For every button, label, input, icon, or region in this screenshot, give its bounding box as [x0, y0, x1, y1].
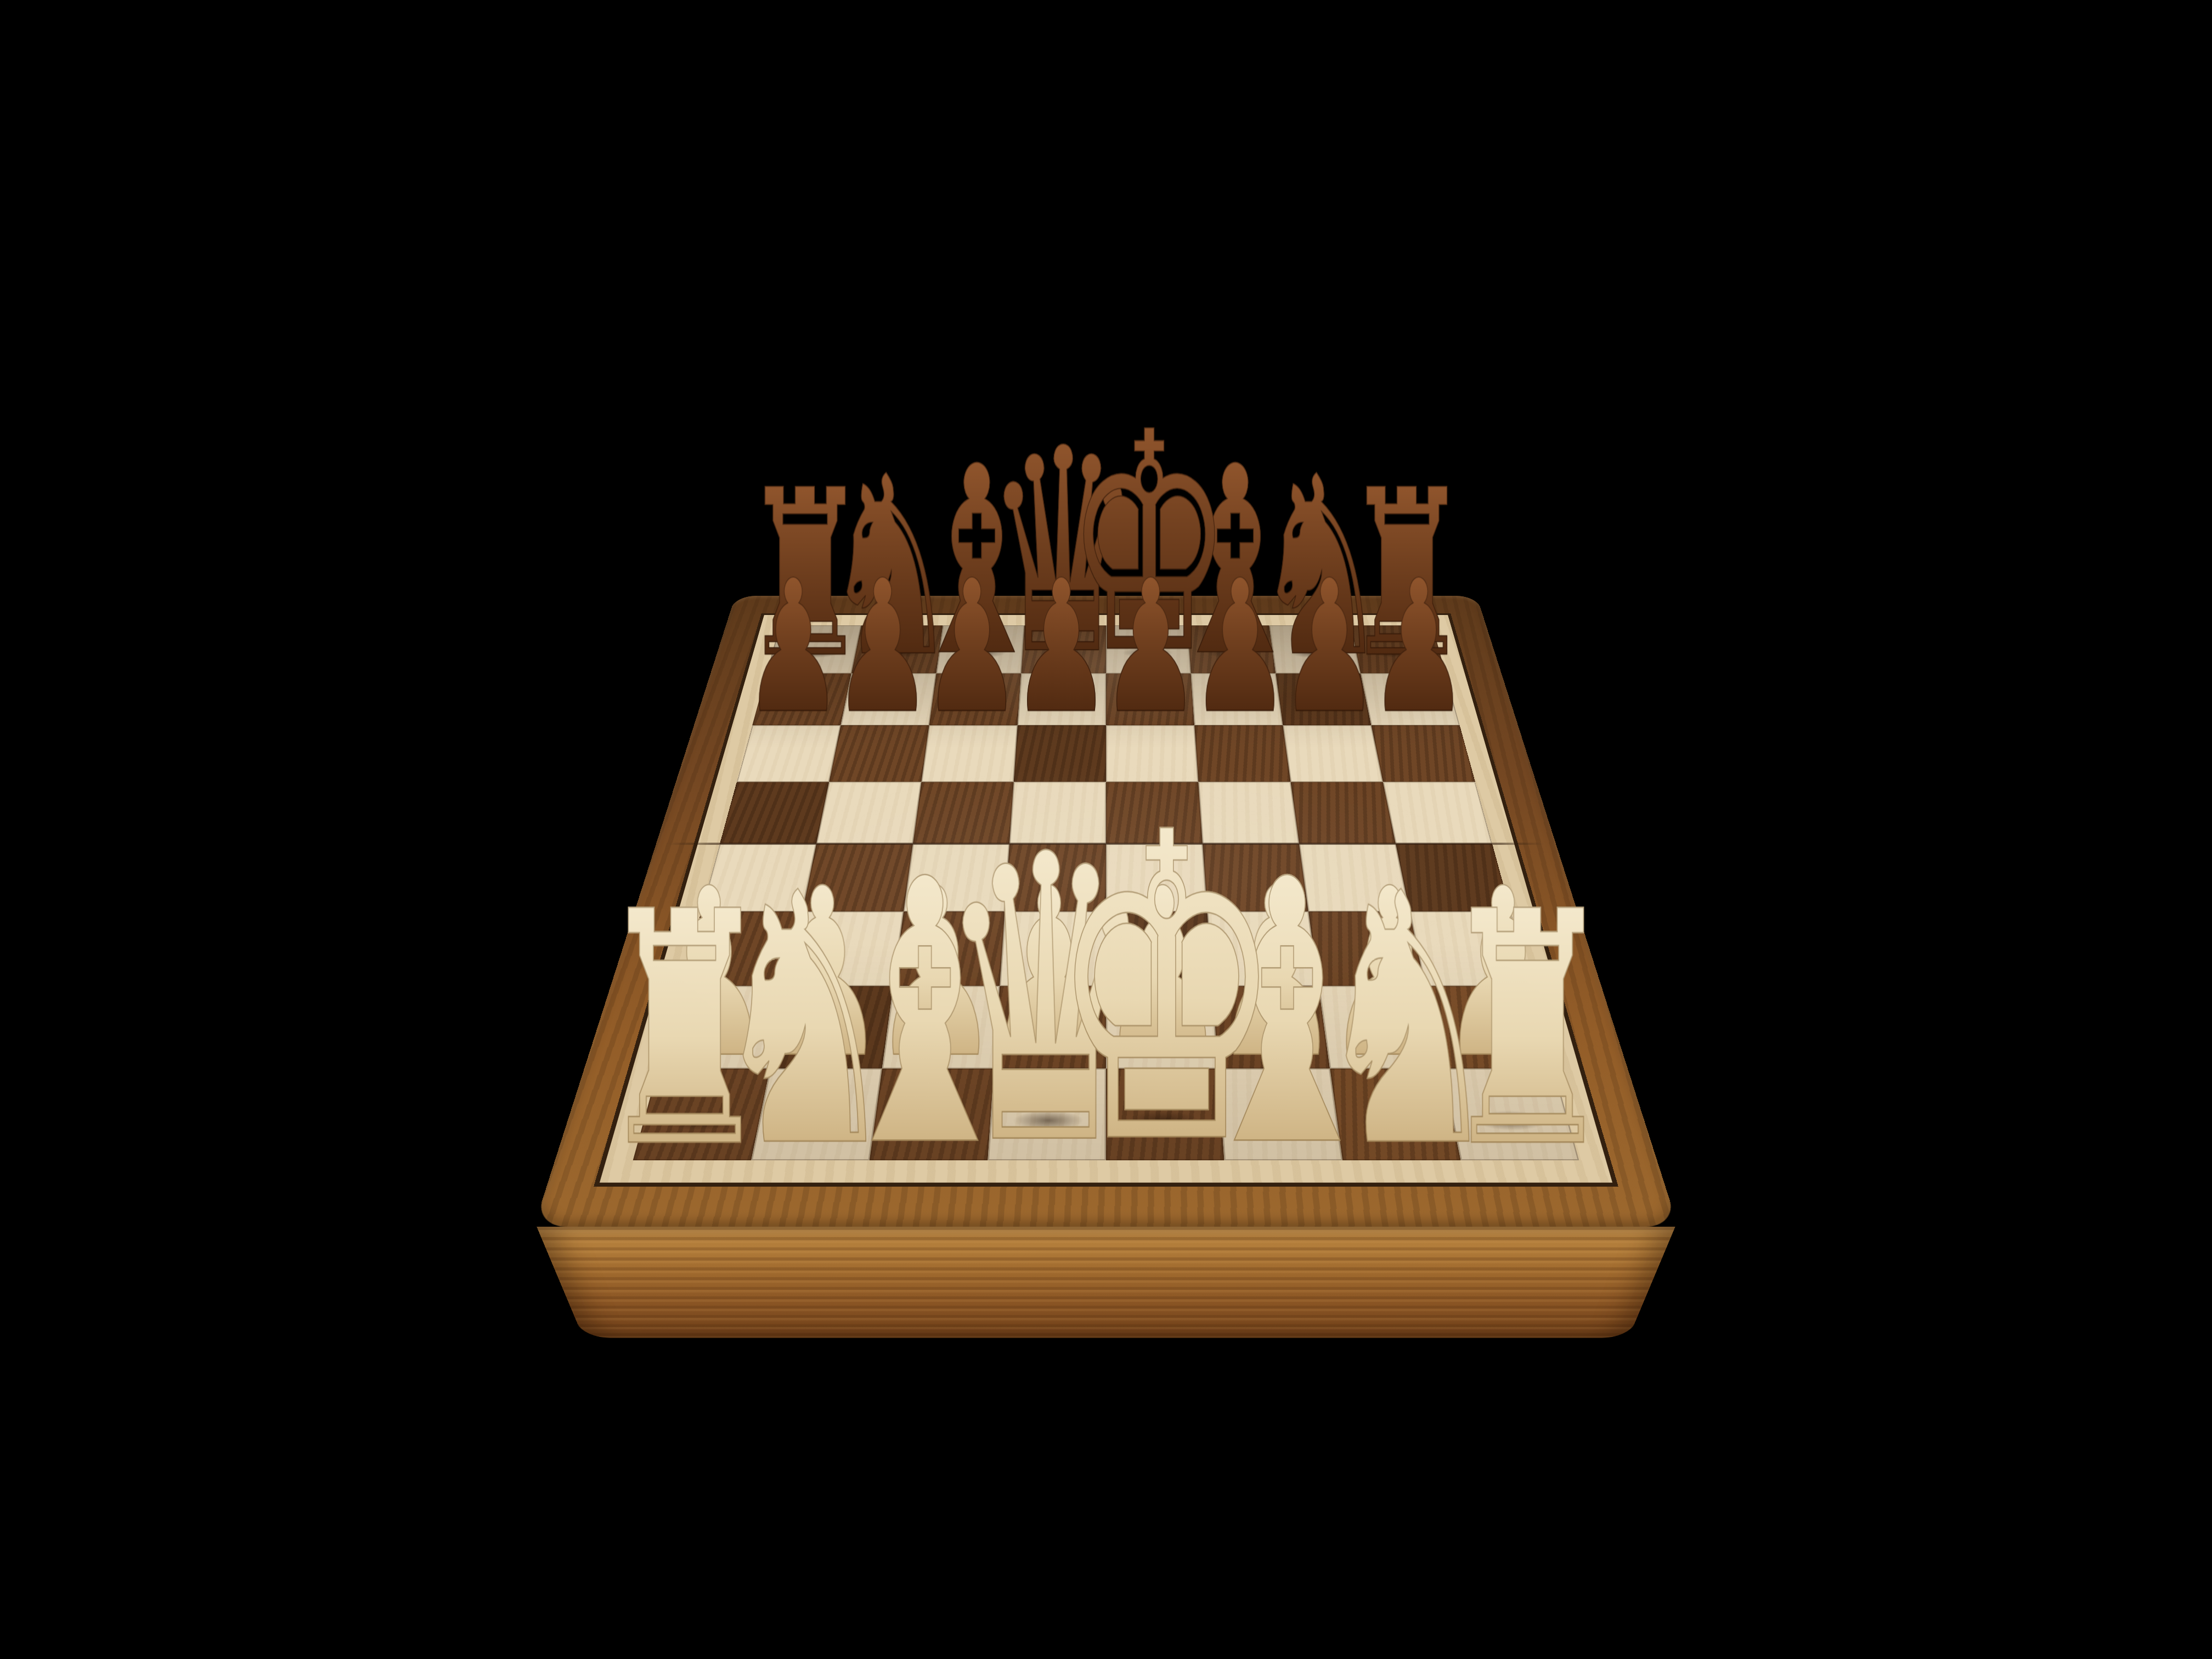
- square-c7[interactable]: ♟: [929, 673, 1022, 725]
- square-e1[interactable]: ♚: [1106, 1069, 1224, 1160]
- piece-white-king-e1[interactable]: ♚: [1049, 778, 1284, 1201]
- box-front-face: [537, 1227, 1675, 1338]
- piece-black-pawn-g7[interactable]: ♟: [1279, 556, 1380, 739]
- square-g7[interactable]: ♟: [1276, 673, 1371, 725]
- square-d7[interactable]: ♟: [1018, 673, 1106, 725]
- piece-black-pawn-d7[interactable]: ♟: [1011, 556, 1112, 739]
- scene: ♜♞♝♛♚♝♞♜♟♟♟♟♟♟♟♟♟♟♟♟♟♟♟♟♜♞♝♛♚♝♞♜: [656, 394, 1556, 1294]
- piece-black-pawn-c7[interactable]: ♟: [921, 556, 1023, 739]
- piece-black-pawn-f7[interactable]: ♟: [1189, 556, 1291, 739]
- square-f7[interactable]: ♟: [1191, 673, 1283, 725]
- photo-backdrop: ♜♞♝♛♚♝♞♜♟♟♟♟♟♟♟♟♟♟♟♟♟♟♟♟♜♞♝♛♚♝♞♜: [0, 0, 2212, 1659]
- board-grid: ♜♞♝♛♚♝♞♜♟♟♟♟♟♟♟♟♟♟♟♟♟♟♟♟♜♞♝♛♚♝♞♜: [633, 625, 1579, 1160]
- maple-border: ♜♞♝♛♚♝♞♜♟♟♟♟♟♟♟♟♟♟♟♟♟♟♟♟♜♞♝♛♚♝♞♜: [594, 613, 1618, 1187]
- board-top-face: ♜♞♝♛♚♝♞♜♟♟♟♟♟♟♟♟♟♟♟♟♟♟♟♟♜♞♝♛♚♝♞♜: [534, 596, 1678, 1227]
- piece-black-pawn-h7[interactable]: ♟: [1368, 556, 1470, 739]
- square-h7[interactable]: ♟: [1361, 673, 1460, 725]
- chess-box: ♜♞♝♛♚♝♞♜♟♟♟♟♟♟♟♟♟♟♟♟♟♟♟♟♜♞♝♛♚♝♞♜: [534, 596, 1678, 1227]
- piece-black-pawn-e7[interactable]: ♟: [1100, 556, 1201, 739]
- piece-black-pawn-b7[interactable]: ♟: [832, 556, 933, 739]
- piece-black-pawn-a7[interactable]: ♟: [742, 556, 844, 739]
- square-e7[interactable]: ♟: [1106, 673, 1194, 725]
- page: { "game": "chess", "scene": { "backgroun…: [0, 0, 2212, 1659]
